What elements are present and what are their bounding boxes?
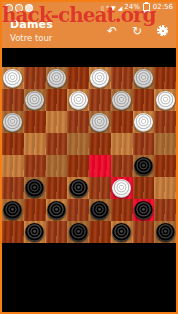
square-6-0[interactable] bbox=[2, 199, 24, 221]
white-piece[interactable] bbox=[69, 91, 88, 110]
white-piece[interactable] bbox=[156, 91, 175, 110]
square-4-1[interactable] bbox=[24, 155, 46, 177]
status-right: ▯ * ▼ ◢ 24% 02:56 bbox=[101, 3, 173, 13]
settings-gear-icon[interactable] bbox=[157, 25, 168, 36]
notification-icon-1 bbox=[5, 4, 13, 12]
square-3-6[interactable] bbox=[133, 133, 155, 155]
square-4-7[interactable] bbox=[154, 155, 176, 177]
square-5-1[interactable] bbox=[24, 177, 46, 199]
square-7-5[interactable] bbox=[111, 221, 133, 243]
white-piece[interactable] bbox=[134, 113, 153, 132]
square-7-7[interactable] bbox=[154, 221, 176, 243]
bluetooth-icon: * bbox=[106, 5, 109, 11]
square-0-0[interactable] bbox=[2, 67, 24, 89]
turn-status: Votre tour bbox=[10, 33, 53, 43]
square-0-4[interactable] bbox=[89, 67, 111, 89]
signal-icon: ◢ bbox=[118, 5, 123, 11]
black-piece[interactable] bbox=[90, 201, 109, 220]
battery-percent: 24% bbox=[124, 4, 140, 11]
square-6-7[interactable] bbox=[154, 199, 176, 221]
black-piece[interactable] bbox=[3, 201, 22, 220]
square-3-0[interactable] bbox=[2, 133, 24, 155]
square-0-2[interactable] bbox=[46, 67, 68, 89]
white-piece[interactable] bbox=[90, 113, 109, 132]
square-1-7[interactable] bbox=[154, 89, 176, 111]
square-2-2[interactable] bbox=[46, 111, 68, 133]
status-left-icons bbox=[5, 4, 33, 12]
clock: 02:56 bbox=[153, 4, 173, 11]
black-piece[interactable] bbox=[156, 223, 175, 242]
square-2-4[interactable] bbox=[89, 111, 111, 133]
square-1-5[interactable] bbox=[111, 89, 133, 111]
square-6-5[interactable] bbox=[111, 199, 133, 221]
white-piece[interactable] bbox=[25, 91, 44, 110]
square-2-7[interactable] bbox=[154, 111, 176, 133]
square-3-3[interactable] bbox=[67, 133, 89, 155]
square-2-3[interactable] bbox=[67, 111, 89, 133]
square-6-4[interactable] bbox=[89, 199, 111, 221]
square-3-5[interactable] bbox=[111, 133, 133, 155]
square-7-0[interactable] bbox=[2, 221, 24, 243]
square-4-2[interactable] bbox=[46, 155, 68, 177]
square-5-2[interactable] bbox=[46, 177, 68, 199]
black-piece[interactable] bbox=[25, 223, 44, 242]
square-2-5[interactable] bbox=[111, 111, 133, 133]
square-6-6[interactable] bbox=[133, 199, 155, 221]
square-3-7[interactable] bbox=[154, 133, 176, 155]
square-3-4[interactable] bbox=[89, 133, 111, 155]
redo-icon[interactable]: ↻ bbox=[132, 25, 142, 37]
black-piece[interactable] bbox=[69, 223, 88, 242]
wifi-icon: ▼ bbox=[111, 5, 116, 11]
white-piece[interactable] bbox=[3, 69, 22, 88]
square-5-0[interactable] bbox=[2, 177, 24, 199]
square-4-0[interactable] bbox=[2, 155, 24, 177]
black-piece[interactable] bbox=[47, 201, 66, 220]
black-piece[interactable] bbox=[134, 157, 153, 176]
square-0-1[interactable] bbox=[24, 67, 46, 89]
square-2-0[interactable] bbox=[2, 111, 24, 133]
white-piece[interactable] bbox=[112, 91, 131, 110]
notification-icon-3 bbox=[25, 4, 33, 12]
square-7-6[interactable] bbox=[133, 221, 155, 243]
square-5-7[interactable] bbox=[154, 177, 176, 199]
undo-icon[interactable]: ↶ bbox=[107, 25, 117, 37]
square-2-1[interactable] bbox=[24, 111, 46, 133]
white-piece[interactable] bbox=[3, 113, 22, 132]
square-5-6[interactable] bbox=[133, 177, 155, 199]
square-4-3[interactable] bbox=[67, 155, 89, 177]
square-5-5[interactable] bbox=[111, 177, 133, 199]
white-piece[interactable] bbox=[134, 69, 153, 88]
square-7-1[interactable] bbox=[24, 221, 46, 243]
square-0-6[interactable] bbox=[133, 67, 155, 89]
header-actions: ↶ ↻ bbox=[107, 25, 168, 37]
square-6-3[interactable] bbox=[67, 199, 89, 221]
square-4-5[interactable] bbox=[111, 155, 133, 177]
square-3-2[interactable] bbox=[46, 133, 68, 155]
app-window: ▯ * ▼ ◢ 24% 02:56 Dames Votre tour ↶ ↻ h… bbox=[0, 0, 178, 314]
battery-icon bbox=[143, 3, 150, 13]
square-7-4[interactable] bbox=[89, 221, 111, 243]
notification-icon-2 bbox=[15, 4, 23, 12]
white-piece[interactable] bbox=[90, 69, 109, 88]
app-header: Dames Votre tour ↶ ↻ bbox=[2, 13, 176, 48]
square-5-3[interactable] bbox=[67, 177, 89, 199]
black-piece[interactable] bbox=[112, 223, 131, 242]
page-title: Dames bbox=[10, 18, 53, 31]
square-1-1[interactable] bbox=[24, 89, 46, 111]
bottom-gap bbox=[2, 243, 176, 312]
square-3-1[interactable] bbox=[24, 133, 46, 155]
square-0-7[interactable] bbox=[154, 67, 176, 89]
square-4-4[interactable] bbox=[89, 155, 111, 177]
black-piece[interactable] bbox=[134, 201, 153, 220]
black-piece[interactable] bbox=[25, 179, 44, 198]
square-7-2[interactable] bbox=[46, 221, 68, 243]
square-6-1[interactable] bbox=[24, 199, 46, 221]
square-0-3[interactable] bbox=[67, 67, 89, 89]
square-1-2[interactable] bbox=[46, 89, 68, 111]
top-gap bbox=[2, 48, 176, 67]
square-2-6[interactable] bbox=[133, 111, 155, 133]
square-7-3[interactable] bbox=[67, 221, 89, 243]
square-1-0[interactable] bbox=[2, 89, 24, 111]
square-1-6[interactable] bbox=[133, 89, 155, 111]
square-4-6[interactable] bbox=[133, 155, 155, 177]
square-5-4[interactable] bbox=[89, 177, 111, 199]
square-1-4[interactable] bbox=[89, 89, 111, 111]
white-piece[interactable] bbox=[47, 69, 66, 88]
status-bar: ▯ * ▼ ◢ 24% 02:56 bbox=[2, 2, 176, 13]
header-titles: Dames Votre tour bbox=[10, 18, 53, 43]
square-1-3[interactable] bbox=[67, 89, 89, 111]
vibrate-icon: ▯ bbox=[101, 5, 104, 11]
square-0-5[interactable] bbox=[111, 67, 133, 89]
board bbox=[2, 67, 176, 243]
white-piece[interactable] bbox=[112, 179, 131, 198]
black-piece[interactable] bbox=[69, 179, 88, 198]
square-6-2[interactable] bbox=[46, 199, 68, 221]
